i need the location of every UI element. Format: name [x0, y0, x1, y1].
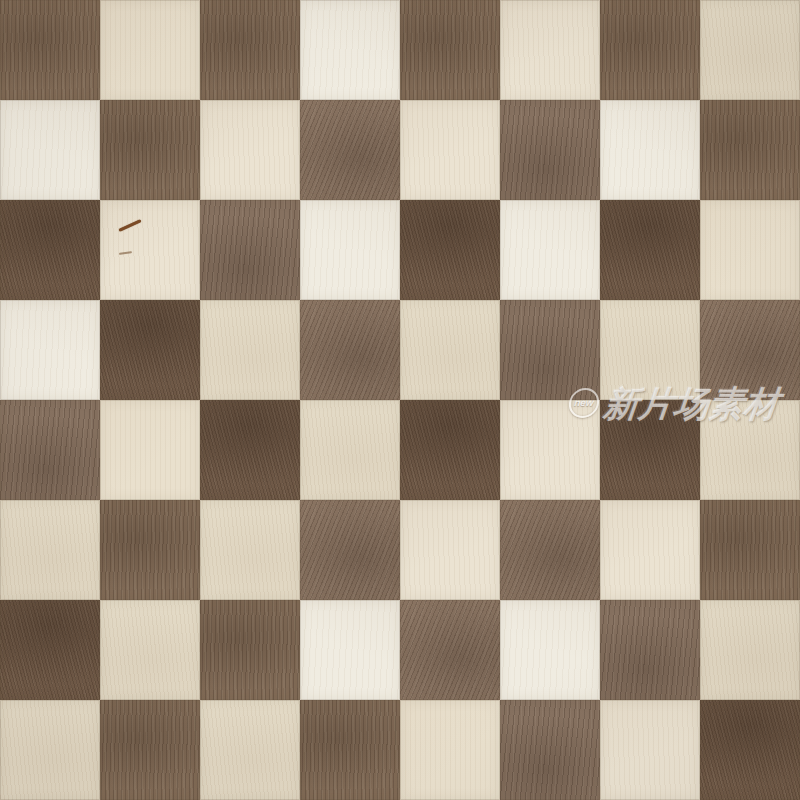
square-h7[interactable] — [700, 100, 800, 200]
square-b1[interactable] — [100, 700, 200, 800]
square-h3[interactable] — [700, 500, 800, 600]
square-b8[interactable] — [100, 0, 200, 100]
square-c2[interactable] — [200, 600, 300, 700]
square-d2[interactable] — [300, 600, 400, 700]
square-f6[interactable] — [500, 200, 600, 300]
square-d6[interactable] — [300, 200, 400, 300]
square-h2[interactable] — [700, 600, 800, 700]
square-g8[interactable] — [600, 0, 700, 100]
square-d3[interactable] — [300, 500, 400, 600]
square-e8[interactable] — [400, 0, 500, 100]
square-e5[interactable] — [400, 300, 500, 400]
square-a4[interactable] — [0, 400, 100, 500]
square-a8[interactable] — [0, 0, 100, 100]
square-d5[interactable] — [300, 300, 400, 400]
square-c4[interactable] — [200, 400, 300, 500]
square-g6[interactable] — [600, 200, 700, 300]
square-b7[interactable] — [100, 100, 200, 200]
square-c5[interactable] — [200, 300, 300, 400]
square-h1[interactable] — [700, 700, 800, 800]
square-c3[interactable] — [200, 500, 300, 600]
square-e3[interactable] — [400, 500, 500, 600]
square-c6[interactable] — [200, 200, 300, 300]
square-a6[interactable] — [0, 200, 100, 300]
square-e2[interactable] — [400, 600, 500, 700]
square-f3[interactable] — [500, 500, 600, 600]
square-g4[interactable] — [600, 400, 700, 500]
square-f5[interactable] — [500, 300, 600, 400]
square-g1[interactable] — [600, 700, 700, 800]
chessboard-grid — [0, 0, 800, 800]
square-g2[interactable] — [600, 600, 700, 700]
square-h4[interactable] — [700, 400, 800, 500]
square-g5[interactable] — [600, 300, 700, 400]
square-f4[interactable] — [500, 400, 600, 500]
square-h5[interactable] — [700, 300, 800, 400]
square-c7[interactable] — [200, 100, 300, 200]
square-h6[interactable] — [700, 200, 800, 300]
square-a1[interactable] — [0, 700, 100, 800]
square-d4[interactable] — [300, 400, 400, 500]
square-h8[interactable] — [700, 0, 800, 100]
square-g7[interactable] — [600, 100, 700, 200]
square-d1[interactable] — [300, 700, 400, 800]
square-f7[interactable] — [500, 100, 600, 200]
square-e7[interactable] — [400, 100, 500, 200]
square-e4[interactable] — [400, 400, 500, 500]
square-f8[interactable] — [500, 0, 600, 100]
square-b3[interactable] — [100, 500, 200, 600]
square-a5[interactable] — [0, 300, 100, 400]
square-b2[interactable] — [100, 600, 200, 700]
square-d7[interactable] — [300, 100, 400, 200]
square-b6[interactable] — [100, 200, 200, 300]
square-f1[interactable] — [500, 700, 600, 800]
square-c1[interactable] — [200, 700, 300, 800]
square-d8[interactable] — [300, 0, 400, 100]
square-a7[interactable] — [0, 100, 100, 200]
square-e6[interactable] — [400, 200, 500, 300]
square-c8[interactable] — [200, 0, 300, 100]
square-g3[interactable] — [600, 500, 700, 600]
square-b4[interactable] — [100, 400, 200, 500]
square-a3[interactable] — [0, 500, 100, 600]
square-b5[interactable] — [100, 300, 200, 400]
square-e1[interactable] — [400, 700, 500, 800]
square-a2[interactable] — [0, 600, 100, 700]
square-f2[interactable] — [500, 600, 600, 700]
